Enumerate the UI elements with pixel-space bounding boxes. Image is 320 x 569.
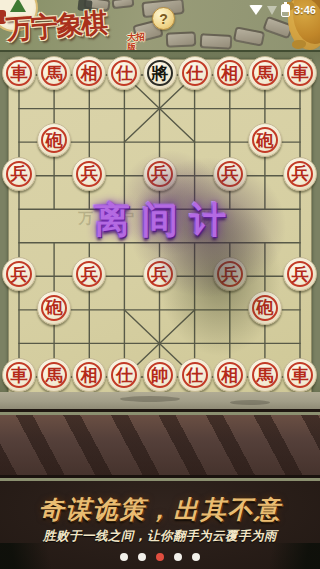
tree-icon (10, 0, 26, 12)
carousel-dot[interactable] (156, 553, 164, 561)
carousel-dot[interactable] (174, 553, 182, 561)
board-frame: 万宁象棋 (0, 50, 320, 392)
help-button[interactable]: ? (152, 7, 175, 30)
carousel-dots (0, 553, 320, 561)
stone-path (233, 26, 265, 46)
table-edge (0, 392, 320, 412)
stone-path (200, 33, 233, 50)
banner-subtitle: 胜败于一线之间，让你翻手为云覆手为雨 (0, 528, 320, 545)
banner-title: 奇谋诡策，出其不意 (0, 493, 320, 526)
battery-icon (281, 4, 290, 17)
status-time: 3:46 (294, 4, 316, 16)
carousel-dot[interactable] (192, 553, 200, 561)
screen: 万宁象棋 大招版 ? 3:46 (0, 0, 320, 569)
signal-icon (267, 6, 277, 15)
bottom-banner: 奇谋诡策，出其不意 胜败于一线之间，让你翻手为云覆手为雨 (0, 481, 320, 569)
river-watermark: 万宁象棋 (8, 209, 312, 228)
stone-path (166, 31, 197, 48)
xiangqi-board[interactable]: 万宁象棋 (8, 59, 312, 394)
carousel-dot[interactable] (138, 553, 146, 561)
wood-shelf (0, 415, 320, 478)
carousel-dot[interactable] (120, 553, 128, 561)
status-bar: 3:46 (249, 3, 316, 17)
wifi-icon (249, 5, 263, 15)
